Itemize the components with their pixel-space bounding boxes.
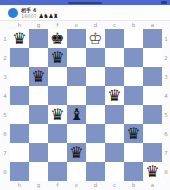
- square-d8[interactable]: [86, 162, 105, 181]
- white-king-d1[interactable]: ♔: [86, 29, 105, 48]
- square-f1[interactable]: ♚: [48, 29, 67, 48]
- black-queen-e7[interactable]: ♛: [67, 143, 86, 162]
- square-c7[interactable]: [105, 143, 124, 162]
- square-d5[interactable]: [86, 105, 105, 124]
- square-h8[interactable]: [10, 162, 29, 181]
- square-f3[interactable]: [48, 67, 67, 86]
- square-d3[interactable]: [86, 67, 105, 86]
- rank-label-1: 1: [162, 29, 170, 48]
- rank-label-5: 5: [0, 105, 10, 124]
- square-c1[interactable]: [105, 29, 124, 48]
- square-d1[interactable]: ♔: [86, 29, 105, 48]
- square-h2[interactable]: [10, 48, 29, 67]
- file-label-c: c: [105, 21, 124, 29]
- file-label-f: f: [48, 181, 67, 189]
- menu-icon[interactable]: [161, 1, 167, 4]
- square-d4[interactable]: [86, 86, 105, 105]
- rank-labels-left: 12345678: [0, 29, 10, 181]
- rank-label-5: 5: [162, 105, 170, 124]
- rank-label-7: 7: [162, 143, 170, 162]
- square-f8[interactable]: [48, 162, 67, 181]
- black-queen-a8[interactable]: ♛: [143, 162, 162, 181]
- file-label-e: e: [67, 181, 86, 189]
- square-a3[interactable]: [143, 67, 162, 86]
- rank-label-4: 4: [162, 86, 170, 105]
- file-label-d: d: [86, 21, 105, 29]
- square-h3[interactable]: [10, 67, 29, 86]
- captured-pieces: ♟♞♟♜: [38, 13, 58, 19]
- square-a6[interactable]: [143, 124, 162, 143]
- square-b3[interactable]: [124, 67, 143, 86]
- square-b7[interactable]: [124, 143, 143, 162]
- rank-label-7: 7: [0, 143, 10, 162]
- square-c8[interactable]: [105, 162, 124, 181]
- square-g2[interactable]: [29, 48, 48, 67]
- file-label-e: e: [67, 21, 86, 29]
- app-title-text: [68, 2, 102, 4]
- square-c4[interactable]: ♛: [105, 86, 124, 105]
- file-label-f: f: [48, 21, 67, 29]
- rank-label-6: 6: [0, 124, 10, 143]
- rank-label-8: 8: [162, 162, 170, 181]
- black-bishop-e5[interactable]: ♝: [67, 105, 86, 124]
- square-a1[interactable]: [143, 29, 162, 48]
- square-c5[interactable]: [105, 105, 124, 124]
- square-f6[interactable]: [48, 124, 67, 143]
- square-f4[interactable]: [48, 86, 67, 105]
- square-b6[interactable]: ♛: [124, 124, 143, 143]
- black-queen-h1[interactable]: ♛: [10, 29, 29, 48]
- square-e4[interactable]: [67, 86, 86, 105]
- board-area: hgfedcba 12345678 ♛♚♔♛♛♛♛♝♛♛♛ 12345678 h…: [0, 21, 170, 189]
- square-a2[interactable]: [143, 48, 162, 67]
- black-king-f1[interactable]: ♚: [48, 29, 67, 48]
- file-label-d: d: [86, 181, 105, 189]
- rank-labels-right: 12345678: [162, 29, 170, 181]
- square-b5[interactable]: [124, 105, 143, 124]
- square-b4[interactable]: [124, 86, 143, 105]
- file-label-h: h: [10, 21, 29, 29]
- rank-label-3: 3: [0, 67, 10, 86]
- square-f5[interactable]: ♛: [48, 105, 67, 124]
- square-f2[interactable]: ♛: [48, 48, 67, 67]
- file-label-c: c: [105, 181, 124, 189]
- rank-label-2: 2: [162, 48, 170, 67]
- square-g1[interactable]: [29, 29, 48, 48]
- square-h5[interactable]: [10, 105, 29, 124]
- rank-label-6: 6: [162, 124, 170, 143]
- square-e5[interactable]: ♝: [67, 105, 86, 124]
- square-c3[interactable]: [105, 67, 124, 86]
- file-label-b: b: [124, 181, 143, 189]
- square-e6[interactable]: [67, 124, 86, 143]
- file-label-g: g: [29, 21, 48, 29]
- square-h6[interactable]: [10, 124, 29, 143]
- square-a5[interactable]: [143, 105, 162, 124]
- file-label-g: g: [29, 181, 48, 189]
- square-e2[interactable]: [67, 48, 86, 67]
- square-g5[interactable]: [29, 105, 48, 124]
- square-d6[interactable]: [86, 124, 105, 143]
- rank-label-3: 3: [162, 67, 170, 86]
- square-e3[interactable]: [67, 67, 86, 86]
- square-d7[interactable]: [86, 143, 105, 162]
- square-e7[interactable]: ♛: [67, 143, 86, 162]
- rank-label-2: 2: [0, 48, 10, 67]
- file-labels-bottom: hgfedcba: [10, 181, 162, 189]
- file-label-b: b: [124, 21, 143, 29]
- rank-label-4: 4: [0, 86, 10, 105]
- square-h7[interactable]: [10, 143, 29, 162]
- square-e1[interactable]: [67, 29, 86, 48]
- square-g3[interactable]: ♛: [29, 67, 48, 86]
- square-g4[interactable]: [29, 86, 48, 105]
- square-e8[interactable]: [67, 162, 86, 181]
- opponent-info-bar[interactable]: 相手 4 1600? ♟♞♟♜: [0, 5, 170, 20]
- square-c6[interactable]: [105, 124, 124, 143]
- file-label-h: h: [10, 181, 29, 189]
- square-h4[interactable]: [10, 86, 29, 105]
- player-rating: 1600?: [21, 13, 36, 19]
- square-g6[interactable]: [29, 124, 48, 143]
- avatar: [8, 8, 18, 18]
- square-b1[interactable]: [124, 29, 143, 48]
- square-b8[interactable]: [124, 162, 143, 181]
- square-g7[interactable]: [29, 143, 48, 162]
- square-a7[interactable]: [143, 143, 162, 162]
- file-label-a: a: [143, 21, 162, 29]
- square-h1[interactable]: ♛: [10, 29, 29, 48]
- rank-label-8: 8: [0, 162, 10, 181]
- square-c2[interactable]: [105, 48, 124, 67]
- rank-label-1: 1: [0, 29, 10, 48]
- file-label-a: a: [143, 181, 162, 189]
- chess-board[interactable]: ♛♚♔♛♛♛♛♝♛♛♛: [10, 29, 162, 181]
- square-g8[interactable]: [29, 162, 48, 181]
- black-queen-b6[interactable]: ♛: [124, 124, 143, 143]
- square-a8[interactable]: ♛: [143, 162, 162, 181]
- file-labels-top: hgfedcba: [10, 21, 162, 29]
- square-d2[interactable]: [86, 48, 105, 67]
- black-queen-f5[interactable]: ♛: [48, 105, 67, 124]
- square-f7[interactable]: [48, 143, 67, 162]
- black-queen-g3[interactable]: ♛: [29, 67, 48, 86]
- square-b2[interactable]: [124, 48, 143, 67]
- black-queen-c4[interactable]: ♛: [105, 86, 124, 105]
- black-queen-f2[interactable]: ♛: [48, 48, 67, 67]
- square-a4[interactable]: [143, 86, 162, 105]
